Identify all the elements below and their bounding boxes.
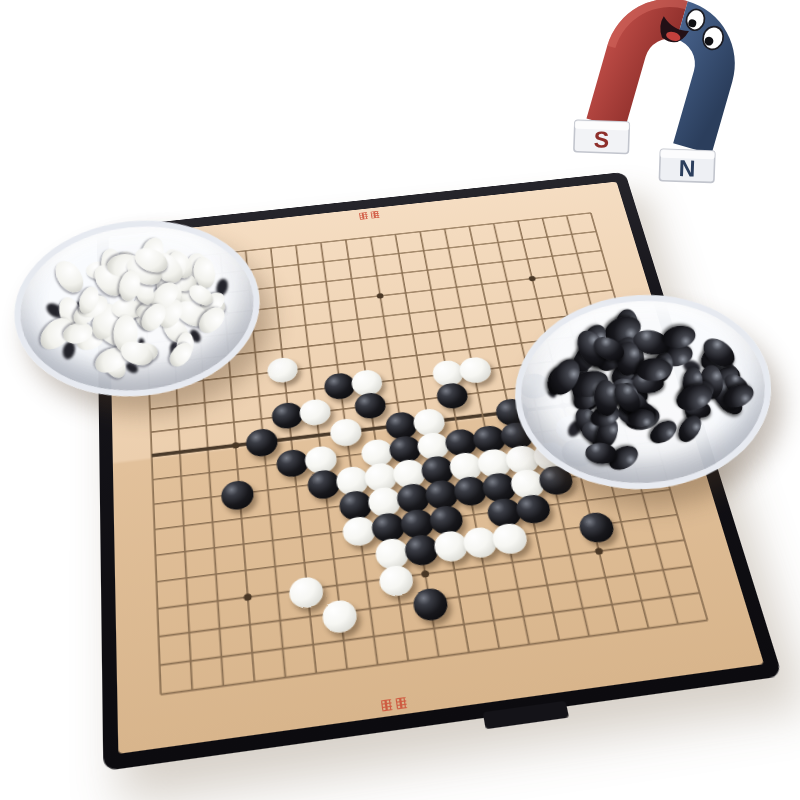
- magnet-south-pole-label: S: [593, 126, 609, 153]
- black-stone[interactable]: [577, 511, 616, 544]
- white-stone[interactable]: [329, 417, 364, 447]
- white-stone[interactable]: [321, 599, 359, 635]
- magnet-illustration: S N: [550, 0, 778, 194]
- magnet-south-pole: S: [574, 120, 630, 153]
- white-stone[interactable]: [377, 563, 415, 598]
- black-stone[interactable]: [514, 493, 552, 525]
- magnet-north-pole: N: [659, 149, 715, 182]
- magnet-red-arm: [586, 0, 687, 136]
- frame-tab-bottom: [483, 701, 569, 729]
- white-stone[interactable]: [491, 522, 529, 555]
- black-stone[interactable]: [411, 587, 450, 622]
- white-stone[interactable]: [266, 356, 299, 384]
- product-photo-scene: S N: [0, 0, 800, 800]
- brand-mark-top: [359, 211, 380, 220]
- black-stone[interactable]: [245, 427, 279, 457]
- brand-mark-bottom: [380, 697, 406, 712]
- white-stone[interactable]: [298, 398, 332, 428]
- magnet-north-pole-label: N: [678, 155, 696, 182]
- black-stone[interactable]: [435, 381, 470, 410]
- black-stone[interactable]: [353, 391, 388, 420]
- black-stone[interactable]: [220, 479, 255, 511]
- white-stone[interactable]: [458, 356, 493, 384]
- white-stone[interactable]: [288, 575, 325, 610]
